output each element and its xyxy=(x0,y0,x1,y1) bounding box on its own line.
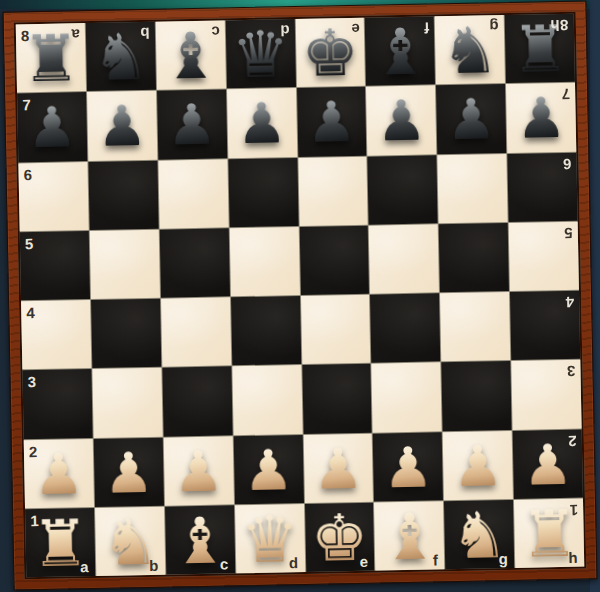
square-g7[interactable]: ♟ xyxy=(436,84,506,154)
piece-black-pawn[interactable]: ♟ xyxy=(376,93,427,150)
square-a8[interactable]: ♜8a xyxy=(16,23,86,93)
square-g1[interactable]: ♞g xyxy=(444,500,514,570)
square-c1[interactable]: ♝c xyxy=(165,505,235,575)
square-g6[interactable] xyxy=(438,154,508,224)
piece-white-pawn[interactable]: ♟ xyxy=(103,444,154,501)
piece-white-knight[interactable]: ♞ xyxy=(450,503,509,568)
piece-black-pawn[interactable]: ♟ xyxy=(166,97,217,154)
square-c7[interactable]: ♟ xyxy=(157,90,227,160)
piece-black-bishop[interactable]: ♝ xyxy=(371,20,430,85)
piece-white-pawn[interactable]: ♟ xyxy=(452,438,503,495)
square-b5[interactable] xyxy=(90,229,160,299)
piece-black-pawn[interactable]: ♟ xyxy=(306,94,357,151)
coordinate-label-h6-6: 6 xyxy=(563,156,572,171)
square-g4[interactable] xyxy=(440,292,510,362)
square-a5[interactable]: 5 xyxy=(20,231,90,301)
square-f2[interactable]: ♟ xyxy=(373,432,443,502)
coordinate-label-h3-3: 3 xyxy=(567,364,576,379)
chessboard: ♜8a♞b♝c♛d♚e♝f♞g♜8h♟7♟♟♟♟♟♟♟766554433♟2♟♟… xyxy=(14,12,587,580)
square-h7[interactable]: ♟7 xyxy=(506,83,576,153)
square-b8[interactable]: ♞b xyxy=(86,22,156,92)
square-f4[interactable] xyxy=(370,293,440,363)
square-e1[interactable]: ♚e xyxy=(304,502,374,572)
square-g8[interactable]: ♞g xyxy=(435,15,505,85)
square-f3[interactable] xyxy=(372,363,442,433)
square-d2[interactable]: ♟ xyxy=(233,434,303,504)
square-b7[interactable]: ♟ xyxy=(87,91,157,161)
square-h3[interactable]: 3 xyxy=(511,360,581,430)
app-background: ♜8a♞b♝c♛d♚e♝f♞g♜8h♟7♟♟♟♟♟♟♟766554433♟2♟♟… xyxy=(0,0,600,592)
piece-black-queen[interactable]: ♛ xyxy=(231,22,290,87)
square-h4[interactable]: 4 xyxy=(510,291,580,361)
square-f6[interactable] xyxy=(368,155,438,225)
square-a7[interactable]: ♟7 xyxy=(17,92,87,162)
square-b3[interactable] xyxy=(92,368,162,438)
square-c3[interactable] xyxy=(162,367,232,437)
piece-black-pawn[interactable]: ♟ xyxy=(96,98,147,155)
square-b1[interactable]: ♞b xyxy=(95,506,165,576)
square-b4[interactable] xyxy=(91,299,161,369)
piece-black-pawn[interactable]: ♟ xyxy=(446,92,497,149)
coordinate-label-a6-6: 6 xyxy=(23,167,32,182)
piece-black-king[interactable]: ♚ xyxy=(301,21,360,86)
piece-white-pawn[interactable]: ♟ xyxy=(33,446,84,503)
coordinate-label-h5-5: 5 xyxy=(564,226,573,241)
square-c8[interactable]: ♝c xyxy=(155,20,225,90)
square-d6[interactable] xyxy=(228,158,298,228)
coordinate-label-a4-4: 4 xyxy=(26,305,35,320)
square-c2[interactable]: ♟ xyxy=(163,436,233,506)
square-e3[interactable] xyxy=(302,364,372,434)
square-a1[interactable]: ♜1a xyxy=(25,508,95,578)
piece-black-rook[interactable]: ♜ xyxy=(22,26,81,91)
square-e2[interactable]: ♟ xyxy=(303,433,373,503)
square-g2[interactable]: ♟ xyxy=(443,430,513,500)
square-d5[interactable] xyxy=(229,227,299,297)
piece-white-pawn[interactable]: ♟ xyxy=(243,442,294,499)
piece-white-knight[interactable]: ♞ xyxy=(101,510,160,575)
piece-black-bishop[interactable]: ♝ xyxy=(161,24,220,89)
square-c6[interactable] xyxy=(158,159,228,229)
square-f7[interactable]: ♟ xyxy=(366,86,436,156)
square-d7[interactable]: ♟ xyxy=(227,88,297,158)
chessboard-wood-frame: ♜8a♞b♝c♛d♚e♝f♞g♜8h♟7♟♟♟♟♟♟♟766554433♟2♟♟… xyxy=(2,0,597,590)
piece-black-pawn[interactable]: ♟ xyxy=(236,96,287,153)
square-e5[interactable] xyxy=(299,225,369,295)
piece-white-bishop[interactable]: ♝ xyxy=(380,504,439,569)
piece-black-rook[interactable]: ♜ xyxy=(511,17,570,82)
square-d3[interactable] xyxy=(232,365,302,435)
square-d4[interactable] xyxy=(231,296,301,366)
square-a4[interactable]: 4 xyxy=(21,300,91,370)
piece-white-queen[interactable]: ♛ xyxy=(240,507,299,572)
square-c5[interactable] xyxy=(159,228,229,298)
square-g5[interactable] xyxy=(439,223,509,293)
square-h5[interactable]: 5 xyxy=(509,221,579,291)
square-f8[interactable]: ♝f xyxy=(365,16,435,86)
square-b6[interactable] xyxy=(88,160,158,230)
square-e7[interactable]: ♟ xyxy=(297,87,367,157)
piece-white-rook[interactable]: ♜ xyxy=(31,511,90,576)
piece-black-knight[interactable]: ♞ xyxy=(91,25,150,90)
square-g3[interactable] xyxy=(442,361,512,431)
piece-white-pawn[interactable]: ♟ xyxy=(382,439,433,496)
piece-black-pawn[interactable]: ♟ xyxy=(27,100,78,157)
square-h6[interactable]: 6 xyxy=(507,152,577,222)
square-h2[interactable]: ♟2 xyxy=(513,429,583,499)
piece-white-pawn[interactable]: ♟ xyxy=(313,440,364,497)
piece-white-king[interactable]: ♚ xyxy=(310,506,369,571)
square-d8[interactable]: ♛d xyxy=(225,19,295,89)
square-f5[interactable] xyxy=(369,224,439,294)
coordinate-label-a3-3: 3 xyxy=(27,374,36,389)
square-a2[interactable]: ♟2 xyxy=(24,439,94,509)
coordinate-label-a5-5: 5 xyxy=(25,236,34,251)
piece-white-pawn[interactable]: ♟ xyxy=(173,443,224,500)
square-e4[interactable] xyxy=(301,295,371,365)
piece-white-bishop[interactable]: ♝ xyxy=(171,508,230,573)
square-e8[interactable]: ♚e xyxy=(295,18,365,88)
square-f1[interactable]: ♝f xyxy=(374,501,444,571)
piece-black-knight[interactable]: ♞ xyxy=(441,18,500,83)
square-h1[interactable]: ♜h1 xyxy=(514,498,584,568)
square-d1[interactable]: ♛d xyxy=(235,504,305,574)
square-h8[interactable]: ♜8h xyxy=(505,14,575,84)
square-a3[interactable]: 3 xyxy=(22,369,92,439)
piece-black-pawn[interactable]: ♟ xyxy=(516,90,567,147)
coordinate-label-h4-4: 4 xyxy=(565,295,574,310)
square-a6[interactable]: 6 xyxy=(18,162,88,232)
piece-white-rook[interactable]: ♜ xyxy=(520,502,579,567)
square-e6[interactable] xyxy=(298,156,368,226)
square-b2[interactable]: ♟ xyxy=(94,437,164,507)
piece-white-pawn[interactable]: ♟ xyxy=(522,436,573,493)
square-c4[interactable] xyxy=(161,297,231,367)
